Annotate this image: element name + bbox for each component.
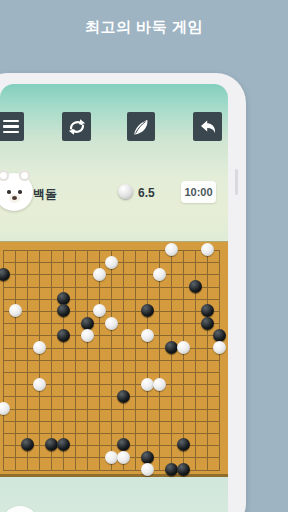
board-cell[interactable] xyxy=(189,244,201,256)
board-cell[interactable] xyxy=(9,268,21,280)
board-cell[interactable] xyxy=(0,293,9,305)
board-cell[interactable] xyxy=(153,354,165,366)
board-cell[interactable] xyxy=(81,305,93,317)
board-cell[interactable] xyxy=(165,378,177,390)
board-cell[interactable] xyxy=(117,366,129,378)
board-cell[interactable] xyxy=(21,451,33,463)
board-cell[interactable] xyxy=(45,244,57,256)
board-cell[interactable] xyxy=(213,341,225,353)
board-cell[interactable] xyxy=(69,293,81,305)
board-cell[interactable] xyxy=(213,390,225,402)
board-cell[interactable] xyxy=(117,402,129,414)
board-cell[interactable] xyxy=(69,268,81,280)
board-cell[interactable] xyxy=(45,293,57,305)
board-cell[interactable] xyxy=(57,378,69,390)
board-cell[interactable] xyxy=(165,317,177,329)
board-cell[interactable] xyxy=(21,268,33,280)
board-cell[interactable] xyxy=(201,439,213,451)
board-cell[interactable] xyxy=(153,280,165,292)
board-cell[interactable] xyxy=(165,341,177,353)
feather-button[interactable] xyxy=(127,112,155,141)
board-cell[interactable] xyxy=(0,280,9,292)
board-cell[interactable] xyxy=(189,268,201,280)
board-cell[interactable] xyxy=(9,305,21,317)
board-cell[interactable] xyxy=(213,427,225,439)
board-cell[interactable] xyxy=(81,463,93,475)
board-cell[interactable] xyxy=(117,244,129,256)
board-cell[interactable] xyxy=(141,268,153,280)
board-cell[interactable] xyxy=(93,244,105,256)
board-cell[interactable] xyxy=(105,354,117,366)
board-cell[interactable] xyxy=(0,427,9,439)
board-cell[interactable] xyxy=(69,415,81,427)
board-cell[interactable] xyxy=(153,329,165,341)
board-cell[interactable] xyxy=(165,439,177,451)
board-cell[interactable] xyxy=(153,317,165,329)
board-cell[interactable] xyxy=(129,402,141,414)
board-cell[interactable] xyxy=(129,366,141,378)
board-cell[interactable] xyxy=(57,463,69,475)
board-cell[interactable] xyxy=(141,280,153,292)
board-cell[interactable] xyxy=(129,317,141,329)
board-cell[interactable] xyxy=(129,354,141,366)
board-cell[interactable] xyxy=(141,415,153,427)
board-cell[interactable] xyxy=(45,268,57,280)
board-cell[interactable] xyxy=(105,341,117,353)
board-cell[interactable] xyxy=(213,256,225,268)
board-cell[interactable] xyxy=(57,244,69,256)
board-cell[interactable] xyxy=(57,427,69,439)
board-cell[interactable] xyxy=(189,329,201,341)
board-cell[interactable] xyxy=(129,268,141,280)
board-cell[interactable] xyxy=(9,317,21,329)
board-cell[interactable] xyxy=(9,378,21,390)
board-cell[interactable] xyxy=(177,415,189,427)
board-cell[interactable] xyxy=(33,280,45,292)
board-cell[interactable] xyxy=(129,244,141,256)
board-cell[interactable] xyxy=(201,280,213,292)
board-cell[interactable] xyxy=(57,402,69,414)
board-cell[interactable] xyxy=(177,354,189,366)
board-cell[interactable] xyxy=(153,427,165,439)
board-cell[interactable] xyxy=(93,305,105,317)
board-cell[interactable] xyxy=(165,402,177,414)
board-cell[interactable] xyxy=(141,354,153,366)
board-cell[interactable] xyxy=(153,402,165,414)
board-cell[interactable] xyxy=(189,390,201,402)
board-cell[interactable] xyxy=(165,463,177,475)
board-cell[interactable] xyxy=(153,463,165,475)
board-cell[interactable] xyxy=(129,293,141,305)
board-cell[interactable] xyxy=(33,244,45,256)
board-cell[interactable] xyxy=(57,317,69,329)
board-cell[interactable] xyxy=(57,341,69,353)
board-cell[interactable] xyxy=(21,256,33,268)
board-cell[interactable] xyxy=(21,439,33,451)
board-cell[interactable] xyxy=(81,439,93,451)
board-cell[interactable] xyxy=(57,329,69,341)
board-cell[interactable] xyxy=(33,329,45,341)
board-cell[interactable] xyxy=(57,366,69,378)
board-cell[interactable] xyxy=(177,390,189,402)
board-cell[interactable] xyxy=(177,427,189,439)
board-cell[interactable] xyxy=(93,378,105,390)
board-cell[interactable] xyxy=(81,390,93,402)
board-cell[interactable] xyxy=(9,329,21,341)
board-cell[interactable] xyxy=(45,415,57,427)
board-cell[interactable] xyxy=(81,293,93,305)
board-cell[interactable] xyxy=(33,415,45,427)
board-cell[interactable] xyxy=(213,439,225,451)
board-cell[interactable] xyxy=(153,451,165,463)
board-cell[interactable] xyxy=(201,256,213,268)
board-cell[interactable] xyxy=(57,390,69,402)
board-cell[interactable] xyxy=(0,329,9,341)
board-cell[interactable] xyxy=(117,354,129,366)
board-cell[interactable] xyxy=(33,256,45,268)
board-cell[interactable] xyxy=(189,317,201,329)
board-cell[interactable] xyxy=(117,451,129,463)
board-cell[interactable] xyxy=(81,451,93,463)
board-cell[interactable] xyxy=(0,439,9,451)
board-cell[interactable] xyxy=(201,244,213,256)
board-cell[interactable] xyxy=(33,427,45,439)
board-cell[interactable] xyxy=(9,366,21,378)
board-cell[interactable] xyxy=(9,293,21,305)
board-cell[interactable] xyxy=(9,402,21,414)
board-cell[interactable] xyxy=(141,341,153,353)
board-cell[interactable] xyxy=(177,439,189,451)
board-cell[interactable] xyxy=(201,354,213,366)
board-cell[interactable] xyxy=(0,390,9,402)
board-cell[interactable] xyxy=(0,378,9,390)
board-cell[interactable] xyxy=(33,463,45,475)
board-cell[interactable] xyxy=(177,293,189,305)
board-cell[interactable] xyxy=(93,415,105,427)
board-cell[interactable] xyxy=(45,402,57,414)
board-cell[interactable] xyxy=(81,378,93,390)
board-cell[interactable] xyxy=(0,341,9,353)
board-cell[interactable] xyxy=(0,463,9,475)
board-cell[interactable] xyxy=(189,402,201,414)
board-cell[interactable] xyxy=(213,366,225,378)
board-cell[interactable] xyxy=(213,268,225,280)
board-cell[interactable] xyxy=(165,305,177,317)
board-cell[interactable] xyxy=(93,293,105,305)
board-cell[interactable] xyxy=(93,451,105,463)
board-cell[interactable] xyxy=(81,427,93,439)
board-cell[interactable] xyxy=(165,280,177,292)
board-cell[interactable] xyxy=(21,402,33,414)
board-cell[interactable] xyxy=(213,280,225,292)
board-cell[interactable] xyxy=(33,341,45,353)
board-cell[interactable] xyxy=(105,378,117,390)
board-cell[interactable] xyxy=(141,317,153,329)
board-cell[interactable] xyxy=(177,317,189,329)
board-cell[interactable] xyxy=(0,366,9,378)
board-cell[interactable] xyxy=(81,268,93,280)
board-cell[interactable] xyxy=(165,415,177,427)
board-cell[interactable] xyxy=(93,329,105,341)
board-cell[interactable] xyxy=(0,256,9,268)
board-cell[interactable] xyxy=(9,427,21,439)
board-cell[interactable] xyxy=(93,317,105,329)
board-cell[interactable] xyxy=(189,354,201,366)
board-cell[interactable] xyxy=(81,317,93,329)
board-cell[interactable] xyxy=(9,463,21,475)
board-cell[interactable] xyxy=(177,256,189,268)
board-cell[interactable] xyxy=(69,280,81,292)
board-cell[interactable] xyxy=(153,366,165,378)
board-cell[interactable] xyxy=(117,463,129,475)
board-cell[interactable] xyxy=(21,244,33,256)
board-cell[interactable] xyxy=(105,280,117,292)
board-cell[interactable] xyxy=(189,280,201,292)
board-cell[interactable] xyxy=(69,439,81,451)
board-cell[interactable] xyxy=(33,293,45,305)
board-cell[interactable] xyxy=(129,341,141,353)
refresh-button[interactable] xyxy=(62,112,91,141)
board-cell[interactable] xyxy=(141,293,153,305)
board-cell[interactable] xyxy=(129,378,141,390)
board-cell[interactable] xyxy=(177,463,189,475)
board-cell[interactable] xyxy=(105,463,117,475)
board-cell[interactable] xyxy=(9,354,21,366)
board-cell[interactable] xyxy=(93,354,105,366)
board-cell[interactable] xyxy=(117,317,129,329)
board-cell[interactable] xyxy=(93,463,105,475)
board-cell[interactable] xyxy=(141,390,153,402)
board-cell[interactable] xyxy=(177,268,189,280)
board-cell[interactable] xyxy=(105,268,117,280)
board-cell[interactable] xyxy=(21,280,33,292)
board-cell[interactable] xyxy=(0,268,9,280)
board-cell[interactable] xyxy=(177,451,189,463)
board-cell[interactable] xyxy=(117,268,129,280)
board-cell[interactable] xyxy=(201,378,213,390)
board-cell[interactable] xyxy=(57,439,69,451)
board-cell[interactable] xyxy=(189,463,201,475)
board-cell[interactable] xyxy=(105,427,117,439)
board-cell[interactable] xyxy=(201,268,213,280)
board-cell[interactable] xyxy=(189,341,201,353)
board-cell[interactable] xyxy=(45,354,57,366)
board-cell[interactable] xyxy=(93,390,105,402)
board-cell[interactable] xyxy=(213,402,225,414)
board-cell[interactable] xyxy=(21,415,33,427)
board-cell[interactable] xyxy=(9,439,21,451)
board-cell[interactable] xyxy=(57,280,69,292)
board-cell[interactable] xyxy=(201,293,213,305)
board-cell[interactable] xyxy=(153,268,165,280)
board-cell[interactable] xyxy=(165,354,177,366)
board-cell[interactable] xyxy=(129,415,141,427)
board-cell[interactable] xyxy=(165,366,177,378)
menu-button[interactable] xyxy=(0,112,24,141)
board-cell[interactable] xyxy=(189,256,201,268)
board-cell[interactable] xyxy=(177,341,189,353)
board-cell[interactable] xyxy=(57,256,69,268)
board-cell[interactable] xyxy=(129,280,141,292)
board-cell[interactable] xyxy=(105,439,117,451)
board-cell[interactable] xyxy=(165,390,177,402)
board-cell[interactable] xyxy=(105,329,117,341)
board-cell[interactable] xyxy=(69,463,81,475)
board-cell[interactable] xyxy=(201,451,213,463)
board-cell[interactable] xyxy=(9,390,21,402)
board-cell[interactable] xyxy=(69,390,81,402)
board-cell[interactable] xyxy=(165,427,177,439)
board-cell[interactable] xyxy=(93,280,105,292)
board-cell[interactable] xyxy=(153,293,165,305)
board-cell[interactable] xyxy=(117,427,129,439)
board-cell[interactable] xyxy=(153,244,165,256)
board-cell[interactable] xyxy=(141,244,153,256)
board-cell[interactable] xyxy=(69,244,81,256)
board-cell[interactable] xyxy=(213,463,225,475)
board-cell[interactable] xyxy=(189,427,201,439)
board-cell[interactable] xyxy=(33,354,45,366)
board-cell[interactable] xyxy=(93,256,105,268)
board-cell[interactable] xyxy=(21,341,33,353)
board-cell[interactable] xyxy=(45,366,57,378)
board-cell[interactable] xyxy=(117,341,129,353)
board-cell[interactable] xyxy=(69,366,81,378)
board-cell[interactable] xyxy=(45,329,57,341)
board-cell[interactable] xyxy=(93,402,105,414)
board-cell[interactable] xyxy=(201,366,213,378)
board-cell[interactable] xyxy=(105,451,117,463)
board-cell[interactable] xyxy=(0,415,9,427)
board-cell[interactable] xyxy=(57,305,69,317)
board-cell[interactable] xyxy=(45,378,57,390)
board-cell[interactable] xyxy=(45,280,57,292)
board-cell[interactable] xyxy=(213,415,225,427)
board-cell[interactable] xyxy=(21,427,33,439)
board-cell[interactable] xyxy=(45,390,57,402)
board-cell[interactable] xyxy=(201,390,213,402)
board-cell[interactable] xyxy=(141,329,153,341)
board-cell[interactable] xyxy=(177,244,189,256)
board-cell[interactable] xyxy=(141,256,153,268)
board-cell[interactable] xyxy=(177,280,189,292)
board-cell[interactable] xyxy=(153,378,165,390)
board-cell[interactable] xyxy=(129,451,141,463)
board-cell[interactable] xyxy=(189,451,201,463)
board-cell[interactable] xyxy=(57,293,69,305)
board-cell[interactable] xyxy=(57,415,69,427)
board-cell[interactable] xyxy=(45,439,57,451)
board-cell[interactable] xyxy=(33,439,45,451)
board-cell[interactable] xyxy=(129,390,141,402)
board-cell[interactable] xyxy=(57,268,69,280)
board-cell[interactable] xyxy=(69,378,81,390)
board-cell[interactable] xyxy=(21,463,33,475)
board-cell[interactable] xyxy=(0,354,9,366)
board-cell[interactable] xyxy=(189,378,201,390)
board-cell[interactable] xyxy=(21,378,33,390)
board-cell[interactable] xyxy=(129,256,141,268)
board-cell[interactable] xyxy=(129,463,141,475)
board-cell[interactable] xyxy=(105,402,117,414)
board-cell[interactable] xyxy=(105,366,117,378)
board-cell[interactable] xyxy=(57,354,69,366)
board-cell[interactable] xyxy=(141,439,153,451)
board-cell[interactable] xyxy=(93,366,105,378)
board-cell[interactable] xyxy=(33,451,45,463)
board-cell[interactable] xyxy=(153,305,165,317)
board-cell[interactable] xyxy=(81,280,93,292)
board-cell[interactable] xyxy=(189,415,201,427)
board-cell[interactable] xyxy=(153,439,165,451)
board-cell[interactable] xyxy=(0,305,9,317)
board-cell[interactable] xyxy=(69,402,81,414)
go-board[interactable] xyxy=(0,241,228,477)
board-cell[interactable] xyxy=(117,390,129,402)
board-cell[interactable] xyxy=(165,293,177,305)
board-cell[interactable] xyxy=(141,427,153,439)
board-cell[interactable] xyxy=(0,317,9,329)
board-cell[interactable] xyxy=(117,378,129,390)
board-cell[interactable] xyxy=(141,402,153,414)
board-cell[interactable] xyxy=(213,329,225,341)
board-cell[interactable] xyxy=(105,256,117,268)
board-cell[interactable] xyxy=(165,329,177,341)
board-cell[interactable] xyxy=(69,341,81,353)
board-cell[interactable] xyxy=(129,439,141,451)
board-cell[interactable] xyxy=(105,390,117,402)
board-cell[interactable] xyxy=(0,402,9,414)
board-cell[interactable] xyxy=(177,402,189,414)
board-cell[interactable] xyxy=(177,366,189,378)
board-cell[interactable] xyxy=(93,439,105,451)
board-cell[interactable] xyxy=(33,268,45,280)
board-cell[interactable] xyxy=(81,354,93,366)
board-cell[interactable] xyxy=(213,305,225,317)
board-cell[interactable] xyxy=(69,354,81,366)
board-cell[interactable] xyxy=(105,305,117,317)
board-cell[interactable] xyxy=(117,329,129,341)
board-cell[interactable] xyxy=(81,415,93,427)
board-cell[interactable] xyxy=(153,256,165,268)
board-cell[interactable] xyxy=(213,293,225,305)
board-cell[interactable] xyxy=(201,317,213,329)
board-cell[interactable] xyxy=(201,305,213,317)
board-cell[interactable] xyxy=(177,329,189,341)
board-cell[interactable] xyxy=(177,305,189,317)
board-cell[interactable] xyxy=(69,329,81,341)
board-cell[interactable] xyxy=(105,293,117,305)
board-cell[interactable] xyxy=(141,366,153,378)
board-cell[interactable] xyxy=(117,415,129,427)
board-cell[interactable] xyxy=(165,244,177,256)
board-cell[interactable] xyxy=(69,427,81,439)
board-cell[interactable] xyxy=(201,415,213,427)
board-cell[interactable] xyxy=(81,366,93,378)
board-cell[interactable] xyxy=(165,451,177,463)
board-cell[interactable] xyxy=(45,463,57,475)
board-cell[interactable] xyxy=(129,305,141,317)
board-cell[interactable] xyxy=(81,329,93,341)
board-cell[interactable] xyxy=(33,305,45,317)
board-cell[interactable] xyxy=(45,451,57,463)
board-cell[interactable] xyxy=(141,378,153,390)
board-cell[interactable] xyxy=(45,305,57,317)
board-cell[interactable] xyxy=(45,256,57,268)
board-cell[interactable] xyxy=(0,451,9,463)
board-cell[interactable] xyxy=(189,305,201,317)
board-cell[interactable] xyxy=(21,293,33,305)
